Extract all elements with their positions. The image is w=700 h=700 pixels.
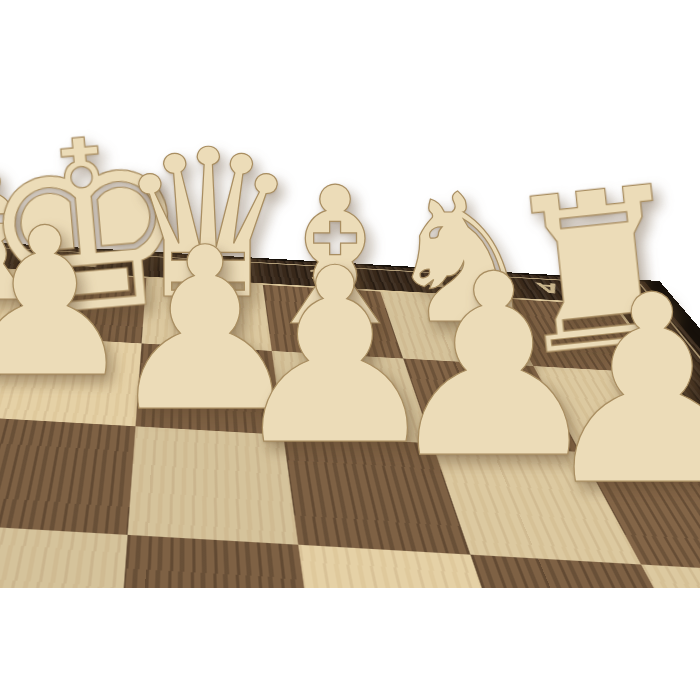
file-label-d: D <box>147 257 263 278</box>
square-d1 <box>142 278 272 351</box>
square-e2 <box>0 336 142 426</box>
file-label-a: A <box>487 277 612 299</box>
file-label-b: B <box>374 270 495 292</box>
board-tilt-wrapper: HGFEDCBA <box>0 0 700 588</box>
square-e4 <box>0 525 128 588</box>
square-e3 <box>0 418 136 535</box>
file-label-f: F <box>0 244 35 265</box>
square-d3 <box>128 426 299 544</box>
board-grid <box>0 250 700 588</box>
square-d2 <box>136 343 284 434</box>
file-label-e: E <box>31 251 148 272</box>
product-photo: HGFEDCBA ♝♚♛♝♞♜♟♟♟♟♟ <box>0 0 700 700</box>
square-e1 <box>11 271 146 343</box>
board-viewport: HGFEDCBA <box>0 0 700 588</box>
file-label-c: C <box>261 264 379 286</box>
chess-board: HGFEDCBA <box>0 223 700 588</box>
